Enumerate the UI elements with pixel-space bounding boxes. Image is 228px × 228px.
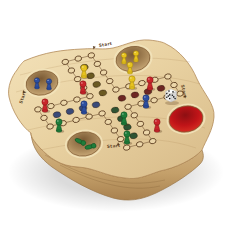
die-pip <box>166 93 168 95</box>
die-pip <box>168 90 170 92</box>
svg-text:Start: Start <box>98 41 112 48</box>
die-pip <box>169 98 171 100</box>
start-label: Start <box>107 142 121 149</box>
die-pip <box>172 91 174 93</box>
die-pip <box>166 97 168 99</box>
die-pip <box>169 94 171 96</box>
die-pip <box>167 95 169 97</box>
product-photo-ludo-board: StartStartStartStart <box>0 0 228 228</box>
die-pip <box>172 94 174 96</box>
die-pip <box>174 98 176 100</box>
board-scene: StartStartStartStart <box>0 0 228 228</box>
die-pip <box>173 96 175 98</box>
